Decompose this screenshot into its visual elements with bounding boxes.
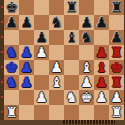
square-b5[interactable]: ♟ — [19, 45, 34, 60]
square-h8[interactable]: ♜ — [109, 0, 124, 15]
square-a3[interactable]: ♞ — [4, 75, 19, 90]
square-f7[interactable]: ♟ — [79, 15, 94, 30]
square-g1[interactable] — [94, 105, 109, 120]
piece-white-pawn[interactable]: ♟ — [49, 60, 64, 75]
square-e4[interactable] — [64, 60, 79, 75]
square-h4[interactable]: ♚ — [109, 60, 124, 75]
square-c7[interactable] — [34, 15, 49, 30]
piece-black-rook[interactable]: ♜ — [109, 0, 124, 15]
piece-black-knight[interactable]: ♞ — [79, 30, 94, 45]
square-h5[interactable]: ♜ — [109, 45, 124, 60]
rank-tick — [1, 96, 3, 98]
watermark-text — [63, 120, 115, 124]
square-d2[interactable] — [49, 90, 64, 105]
square-g4[interactable]: ♝ — [94, 60, 109, 75]
piece-blue-king[interactable]: ♚ — [4, 60, 19, 75]
square-e6[interactable]: ♝ — [64, 30, 79, 45]
square-e7[interactable] — [64, 15, 79, 30]
board: ♚♜♜♟♟♞♟♟♟♝♞♟♞♟♟♟♜♚♟♟♝♝♚♞♟♝♟♟♜♟♞♚♟♟♜♜ — [4, 0, 124, 120]
piece-black-king[interactable]: ♚ — [4, 0, 19, 15]
rank-tick — [1, 81, 3, 83]
square-b6[interactable] — [19, 30, 34, 45]
piece-black-pawn[interactable]: ♟ — [94, 15, 109, 30]
square-b1[interactable] — [19, 105, 34, 120]
square-h1[interactable]: ♜ — [109, 105, 124, 120]
piece-red-pawn[interactable]: ♟ — [94, 45, 109, 60]
rank-tick — [1, 21, 3, 23]
piece-white-pawn[interactable]: ♟ — [79, 75, 94, 90]
piece-black-knight[interactable]: ♞ — [49, 15, 64, 30]
square-c6[interactable]: ♟ — [34, 30, 49, 45]
square-c8[interactable] — [34, 0, 49, 15]
square-h6[interactable]: ♟ — [109, 30, 124, 45]
square-a8[interactable]: ♚ — [4, 0, 19, 15]
piece-black-rook[interactable]: ♜ — [64, 0, 79, 15]
square-h7[interactable] — [109, 15, 124, 30]
piece-black-pawn[interactable]: ♟ — [34, 30, 49, 45]
piece-white-bishop[interactable]: ♝ — [79, 60, 94, 75]
square-f3[interactable]: ♟ — [79, 75, 94, 90]
square-a5[interactable]: ♞ — [4, 45, 19, 60]
square-e8[interactable]: ♜ — [64, 0, 79, 15]
square-a1[interactable]: ♜ — [4, 105, 19, 120]
square-d6[interactable] — [49, 30, 64, 45]
piece-blue-pawn[interactable]: ♟ — [19, 45, 34, 60]
square-c3[interactable] — [34, 75, 49, 90]
square-c2[interactable]: ♟ — [34, 90, 49, 105]
rank-tick — [1, 6, 3, 8]
piece-white-king[interactable]: ♚ — [79, 90, 94, 105]
chess-app-window: ♚♜♜♟♟♞♟♟♟♝♞♟♞♟♟♟♜♚♟♟♝♝♚♞♟♝♟♟♜♟♞♚♟♟♜♜ — [0, 0, 125, 125]
square-f4[interactable]: ♝ — [79, 60, 94, 75]
square-f1[interactable] — [79, 105, 94, 120]
square-f5[interactable] — [79, 45, 94, 60]
piece-black-bishop[interactable]: ♝ — [64, 30, 79, 45]
square-b3[interactable]: ♟ — [19, 75, 34, 90]
square-b8[interactable] — [19, 0, 34, 15]
piece-white-pawn[interactable]: ♟ — [34, 90, 49, 105]
piece-black-pawn[interactable]: ♟ — [19, 15, 34, 30]
square-a4[interactable]: ♚ — [4, 60, 19, 75]
square-f2[interactable]: ♚ — [79, 90, 94, 105]
piece-black-pawn[interactable]: ♟ — [109, 30, 124, 45]
square-b7[interactable]: ♟ — [19, 15, 34, 30]
piece-red-rook[interactable]: ♜ — [109, 45, 124, 60]
piece-red-rook[interactable]: ♜ — [109, 75, 124, 90]
square-c1[interactable] — [34, 105, 49, 120]
square-b2[interactable] — [19, 90, 34, 105]
square-g5[interactable]: ♟ — [94, 45, 109, 60]
piece-blue-knight[interactable]: ♞ — [4, 45, 19, 60]
piece-red-bishop[interactable]: ♝ — [94, 60, 109, 75]
rank-tick — [1, 51, 3, 53]
square-h3[interactable]: ♜ — [109, 75, 124, 90]
square-g6[interactable] — [94, 30, 109, 45]
square-g7[interactable]: ♟ — [94, 15, 109, 30]
square-d8[interactable] — [49, 0, 64, 15]
square-e5[interactable] — [64, 45, 79, 60]
square-e2[interactable]: ♞ — [64, 90, 79, 105]
piece-blue-pawn[interactable]: ♟ — [19, 60, 34, 75]
piece-red-pawn[interactable]: ♟ — [94, 75, 109, 90]
piece-blue-knight[interactable]: ♞ — [4, 75, 19, 90]
square-a2[interactable] — [4, 90, 19, 105]
square-f8[interactable] — [79, 0, 94, 15]
square-d7[interactable]: ♞ — [49, 15, 64, 30]
board-right-border — [124, 0, 125, 120]
square-d3[interactable]: ♝ — [49, 75, 64, 90]
square-c5[interactable]: ♟ — [34, 45, 49, 60]
square-f6[interactable]: ♞ — [79, 30, 94, 45]
square-g8[interactable] — [94, 0, 109, 15]
piece-white-bishop[interactable]: ♝ — [49, 75, 64, 90]
rank-tick — [1, 66, 3, 68]
square-e3[interactable] — [64, 75, 79, 90]
piece-white-pawn[interactable]: ♟ — [109, 90, 124, 105]
square-a7[interactable]: ♟ — [4, 15, 19, 30]
square-a6[interactable] — [4, 30, 19, 45]
square-c4[interactable] — [34, 60, 49, 75]
piece-red-king[interactable]: ♚ — [109, 60, 124, 75]
square-d4[interactable]: ♟ — [49, 60, 64, 75]
piece-white-rook[interactable]: ♜ — [109, 105, 124, 120]
square-g3[interactable]: ♟ — [94, 75, 109, 90]
square-h2[interactable]: ♟ — [109, 90, 124, 105]
square-b4[interactable]: ♟ — [19, 60, 34, 75]
square-d1[interactable] — [49, 105, 64, 120]
square-g2[interactable]: ♟ — [94, 90, 109, 105]
rank-tick — [1, 111, 3, 113]
piece-white-pawn[interactable]: ♟ — [94, 90, 109, 105]
piece-white-rook[interactable]: ♜ — [4, 105, 19, 120]
piece-black-pawn[interactable]: ♟ — [79, 15, 94, 30]
rank-tick — [1, 36, 3, 38]
square-e1[interactable] — [64, 105, 79, 120]
piece-black-pawn[interactable]: ♟ — [4, 15, 19, 30]
piece-white-pawn[interactable]: ♟ — [34, 45, 49, 60]
piece-white-knight[interactable]: ♞ — [64, 90, 79, 105]
square-d5[interactable] — [49, 45, 64, 60]
piece-blue-pawn[interactable]: ♟ — [19, 75, 34, 90]
